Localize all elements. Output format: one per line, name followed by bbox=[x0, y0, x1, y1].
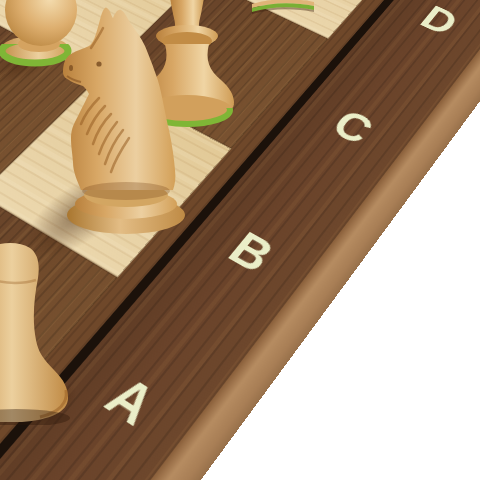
file-label-b: B bbox=[202, 212, 300, 295]
file-label-c: C bbox=[308, 93, 397, 163]
chessboard-photo-scene: ABCD bbox=[0, 0, 480, 480]
rook-piece-a1[interactable] bbox=[0, 240, 82, 425]
pawn-piece-c2[interactable] bbox=[250, 0, 316, 15]
knight-piece-b1[interactable] bbox=[55, 2, 190, 237]
file-label-d: D bbox=[398, 0, 480, 51]
file-label-a: A bbox=[76, 352, 185, 452]
